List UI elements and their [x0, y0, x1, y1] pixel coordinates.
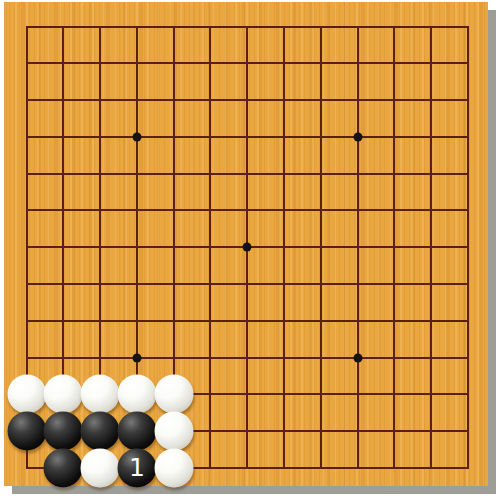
star-point — [132, 353, 141, 362]
grid-line-horizontal — [26, 283, 469, 285]
stone-white-E1 — [154, 448, 193, 487]
star-point — [243, 243, 252, 252]
stone-white-C3 — [81, 375, 120, 414]
stone-black-D1: 1 — [117, 448, 156, 487]
stone-white-C1 — [81, 448, 120, 487]
grid-line-vertical — [430, 26, 432, 469]
stone-white-A3 — [7, 375, 46, 414]
move-number-label: 1 — [129, 454, 145, 481]
stone-black-B2 — [44, 412, 83, 451]
grid-line-vertical — [357, 26, 359, 469]
grid-line-horizontal — [26, 320, 469, 322]
grid-line-vertical — [283, 26, 285, 469]
go-board[interactable]: 1 — [4, 2, 488, 486]
stone-black-D2 — [117, 412, 156, 451]
grid-line-horizontal — [26, 357, 469, 359]
grid-line-vertical — [393, 26, 395, 469]
star-point — [132, 132, 141, 141]
star-point — [353, 132, 362, 141]
stone-white-B3 — [44, 375, 83, 414]
stone-white-E2 — [154, 412, 193, 451]
grid-line-vertical — [467, 26, 469, 469]
stone-black-B1 — [44, 448, 83, 487]
stone-white-D3 — [117, 375, 156, 414]
grid-line-vertical — [320, 26, 322, 469]
stone-black-A2 — [7, 412, 46, 451]
star-point — [353, 353, 362, 362]
stone-black-C2 — [81, 412, 120, 451]
stone-white-E3 — [154, 375, 193, 414]
